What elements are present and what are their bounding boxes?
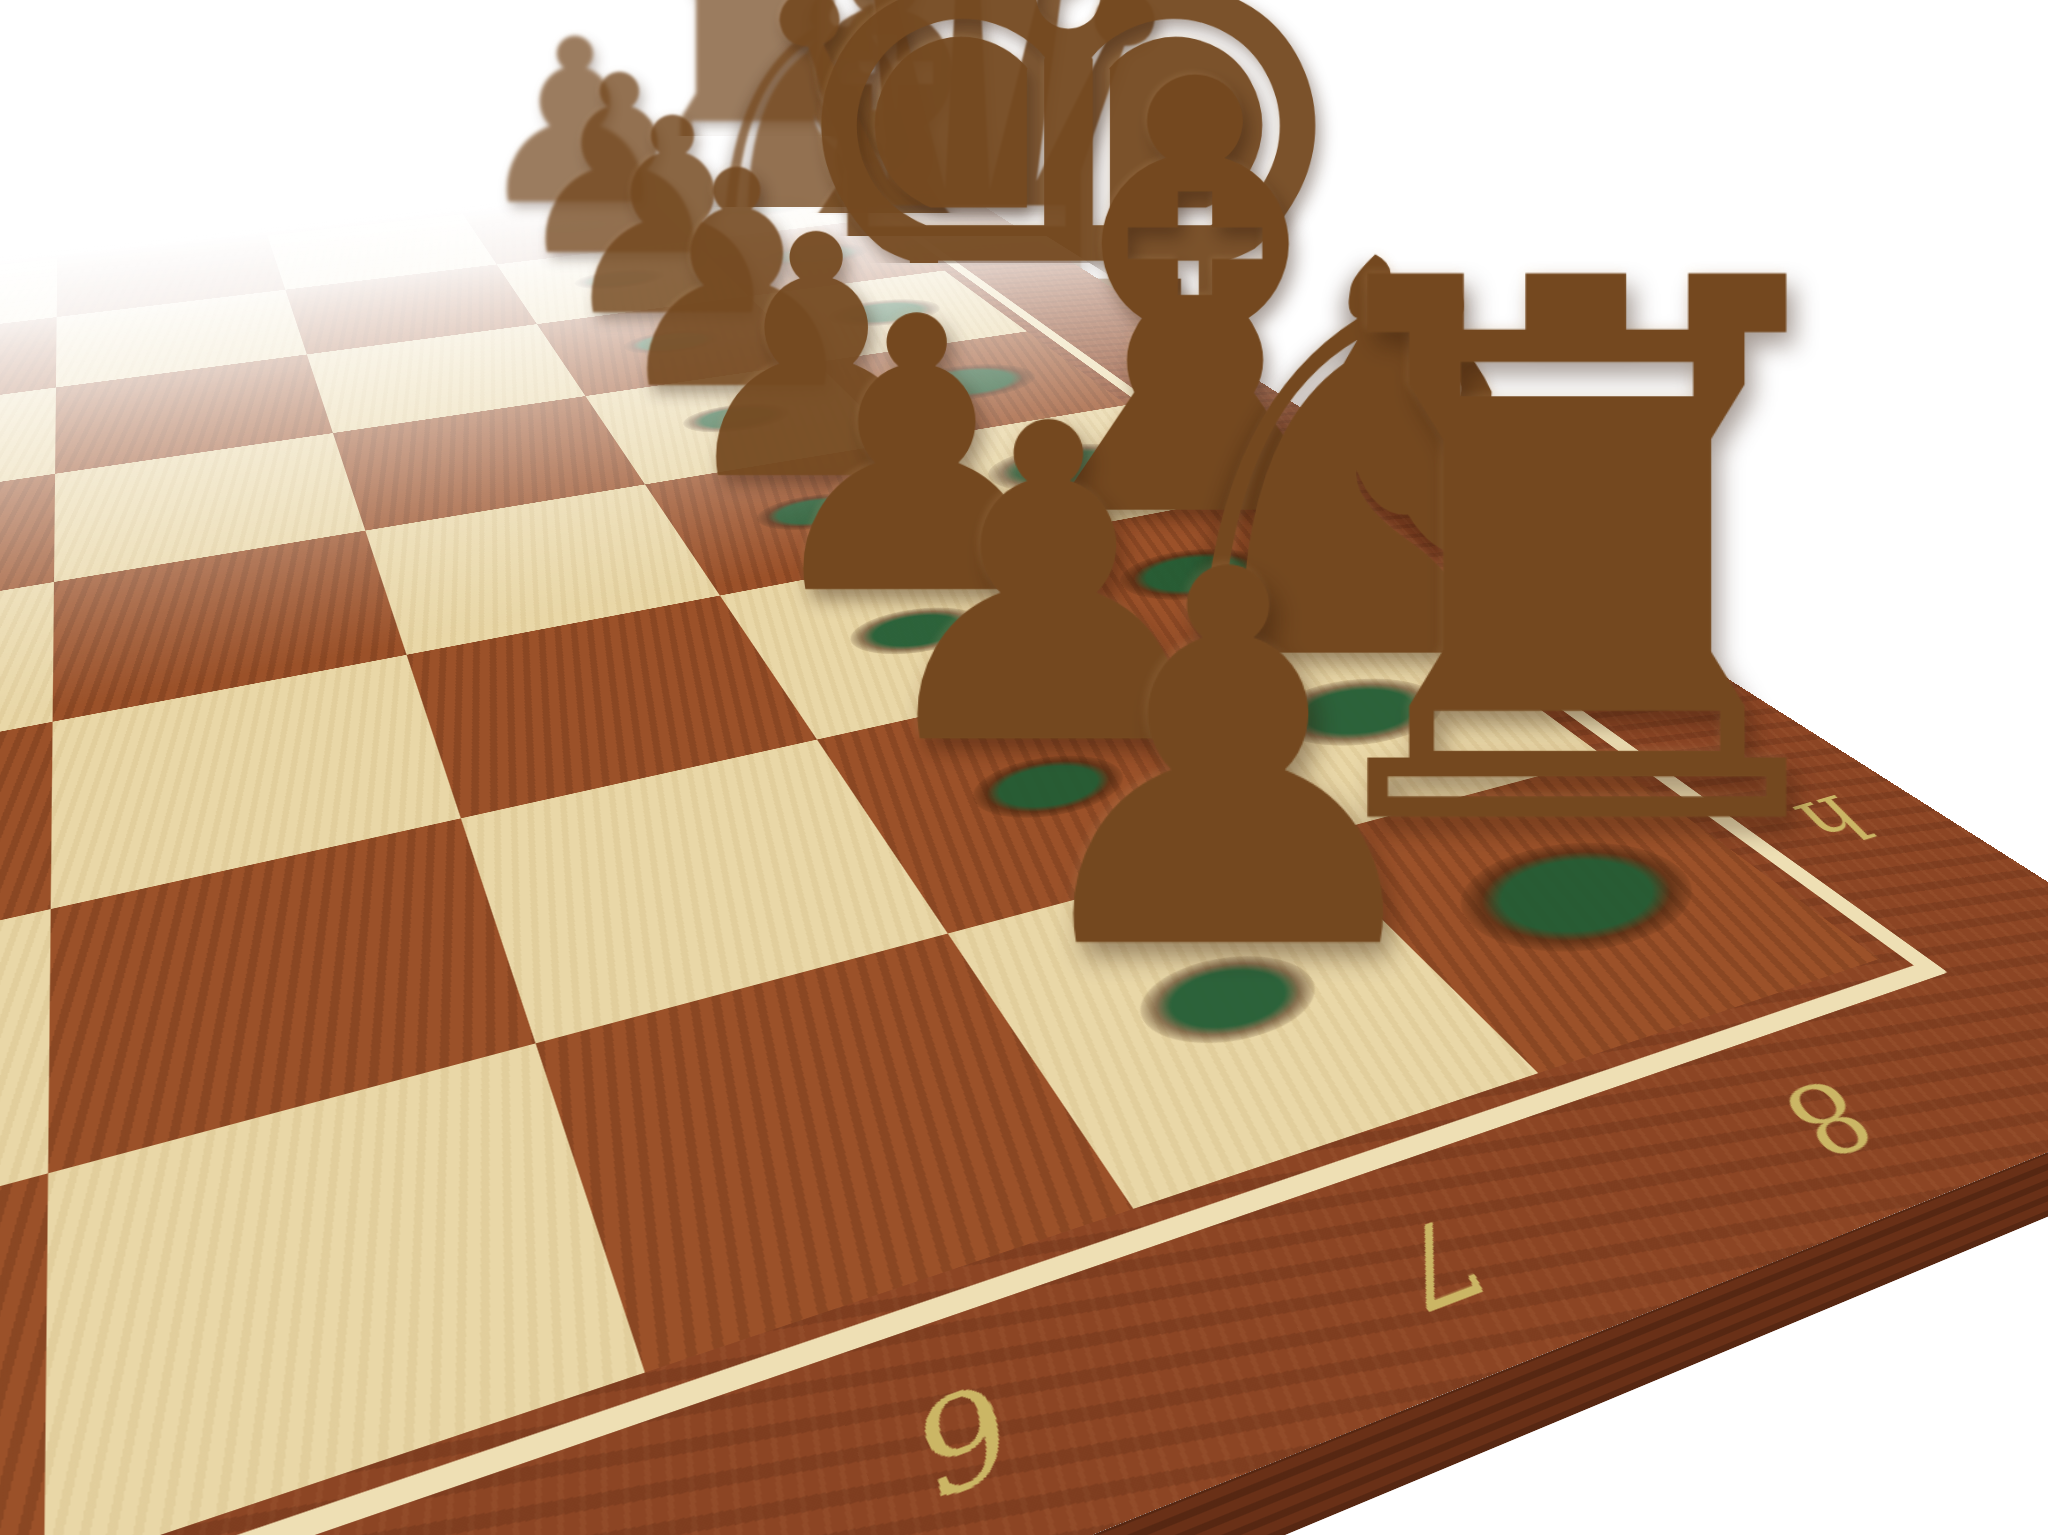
chess-board: 6 7 8 h ♜♞♝♛♚♝♞♜♟♟♟♟♟♟♟♟ [0,141,2048,1535]
dark-pawn-h7[interactable]: ♟ [997,505,1461,1022]
photo-scene: 6 7 8 h ♜♞♝♛♚♝♞♜♟♟♟♟♟♟♟♟ [0,0,2048,1535]
pawn-glyph: ♟ [997,505,1461,1022]
